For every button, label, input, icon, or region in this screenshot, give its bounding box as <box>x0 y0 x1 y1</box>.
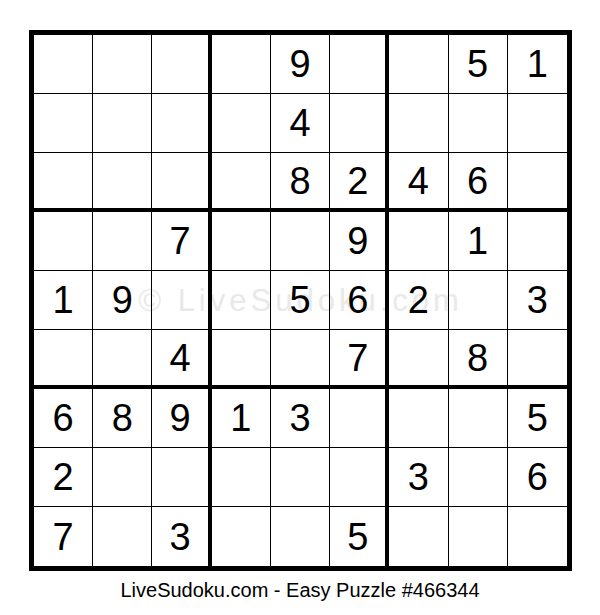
cell-r2c2[interactable] <box>93 94 152 153</box>
cell-r8c6[interactable] <box>330 448 389 507</box>
cell-r2c9[interactable] <box>508 94 567 153</box>
cell-r7c3[interactable]: 9 <box>152 389 211 448</box>
cell-r8c2[interactable] <box>93 448 152 507</box>
cell-r5c8[interactable] <box>449 271 508 330</box>
cell-r3c3[interactable] <box>152 153 211 212</box>
cell-r9c7[interactable] <box>389 507 448 566</box>
cell-r8c1[interactable]: 2 <box>34 448 93 507</box>
cell-r9c8[interactable] <box>449 507 508 566</box>
cell-r3c5[interactable]: 8 <box>271 153 330 212</box>
cell-r1c2[interactable] <box>93 35 152 94</box>
cell-r6c6[interactable]: 7 <box>330 330 389 389</box>
cell-r6c8[interactable]: 8 <box>449 330 508 389</box>
cell-r1c3[interactable] <box>152 35 211 94</box>
cell-r7c1[interactable]: 6 <box>34 389 93 448</box>
cell-r4c7[interactable] <box>389 212 448 271</box>
cell-r1c8[interactable]: 5 <box>449 35 508 94</box>
cell-r1c7[interactable] <box>389 35 448 94</box>
cell-r4c3[interactable]: 7 <box>152 212 211 271</box>
cell-r8c4[interactable] <box>212 448 271 507</box>
cell-r2c3[interactable] <box>152 94 211 153</box>
cell-r3c9[interactable] <box>508 153 567 212</box>
cell-r6c5[interactable] <box>271 330 330 389</box>
cell-r5c4[interactable] <box>212 271 271 330</box>
sudoku-board: © LiveSudoku.com 95148246791195623478689… <box>29 30 572 571</box>
cell-r4c1[interactable] <box>34 212 93 271</box>
cell-r4c6[interactable]: 9 <box>330 212 389 271</box>
cell-r5c5[interactable]: 5 <box>271 271 330 330</box>
cell-r9c9[interactable] <box>508 507 567 566</box>
cell-r4c8[interactable]: 1 <box>449 212 508 271</box>
cell-r3c4[interactable] <box>212 153 271 212</box>
cell-r9c4[interactable] <box>212 507 271 566</box>
cell-r6c3[interactable]: 4 <box>152 330 211 389</box>
cell-r2c6[interactable] <box>330 94 389 153</box>
cell-r3c7[interactable]: 4 <box>389 153 448 212</box>
cell-r1c9[interactable]: 1 <box>508 35 567 94</box>
cell-r2c1[interactable] <box>34 94 93 153</box>
cell-r3c8[interactable]: 6 <box>449 153 508 212</box>
cell-r5c7[interactable]: 2 <box>389 271 448 330</box>
cell-r4c4[interactable] <box>212 212 271 271</box>
cell-r4c5[interactable] <box>271 212 330 271</box>
cell-r4c9[interactable] <box>508 212 567 271</box>
cell-r6c4[interactable] <box>212 330 271 389</box>
caption: LiveSudoku.com - Easy Puzzle #466344 <box>0 579 600 602</box>
cell-r9c6[interactable]: 5 <box>330 507 389 566</box>
cell-r5c3[interactable] <box>152 271 211 330</box>
cell-r7c7[interactable] <box>389 389 448 448</box>
cell-r8c5[interactable] <box>271 448 330 507</box>
cell-r5c9[interactable]: 3 <box>508 271 567 330</box>
cell-r3c2[interactable] <box>93 153 152 212</box>
cell-r6c7[interactable] <box>389 330 448 389</box>
cell-r1c1[interactable] <box>34 35 93 94</box>
cell-r1c4[interactable] <box>212 35 271 94</box>
cell-r6c1[interactable] <box>34 330 93 389</box>
cell-r9c5[interactable] <box>271 507 330 566</box>
cell-r9c2[interactable] <box>93 507 152 566</box>
cell-r3c1[interactable] <box>34 153 93 212</box>
cell-r2c7[interactable] <box>389 94 448 153</box>
cell-r7c6[interactable] <box>330 389 389 448</box>
cell-r8c7[interactable]: 3 <box>389 448 448 507</box>
cell-r7c5[interactable]: 3 <box>271 389 330 448</box>
cell-r1c5[interactable]: 9 <box>271 35 330 94</box>
cell-r7c8[interactable] <box>449 389 508 448</box>
cell-r4c2[interactable] <box>93 212 152 271</box>
cell-r5c6[interactable]: 6 <box>330 271 389 330</box>
cell-r8c9[interactable]: 6 <box>508 448 567 507</box>
cell-r6c9[interactable] <box>508 330 567 389</box>
cell-r1c6[interactable] <box>330 35 389 94</box>
cell-r7c4[interactable]: 1 <box>212 389 271 448</box>
cell-r2c4[interactable] <box>212 94 271 153</box>
cell-r5c1[interactable]: 1 <box>34 271 93 330</box>
cell-r7c9[interactable]: 5 <box>508 389 567 448</box>
cell-r2c5[interactable]: 4 <box>271 94 330 153</box>
cell-r5c2[interactable]: 9 <box>93 271 152 330</box>
cell-r3c6[interactable]: 2 <box>330 153 389 212</box>
cell-r8c8[interactable] <box>449 448 508 507</box>
cell-r2c8[interactable] <box>449 94 508 153</box>
cell-r9c3[interactable]: 3 <box>152 507 211 566</box>
cell-r9c1[interactable]: 7 <box>34 507 93 566</box>
cell-r8c3[interactable] <box>152 448 211 507</box>
cell-r6c2[interactable] <box>93 330 152 389</box>
cell-r7c2[interactable]: 8 <box>93 389 152 448</box>
